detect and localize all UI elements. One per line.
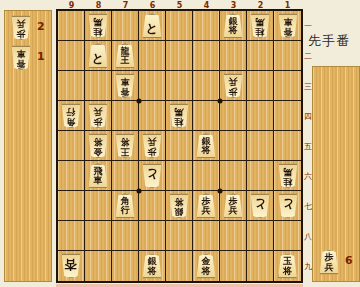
square-4b[interactable] xyxy=(193,41,220,71)
square-9b[interactable] xyxy=(58,41,85,71)
square-3b[interactable] xyxy=(220,41,247,71)
piece-歩兵-4g[interactable]: 歩兵 xyxy=(196,193,217,218)
star-point xyxy=(218,99,223,104)
square-6f[interactable]: と xyxy=(139,161,166,191)
square-2c[interactable] xyxy=(247,71,274,101)
piece-金将-4i[interactable]: 金将 xyxy=(196,254,217,279)
sente-hand-count: 6 xyxy=(345,254,353,267)
piece-glyph: 馬 xyxy=(256,16,265,25)
piece-glyph: 車 xyxy=(121,76,130,85)
square-2f[interactable] xyxy=(247,161,274,191)
piece-glyph: 歩 xyxy=(202,196,211,205)
square-2d[interactable] xyxy=(247,101,274,131)
piece-歩兵[interactable]: 歩兵 xyxy=(11,16,32,41)
piece-glyph: 兵 xyxy=(229,76,238,85)
piece-glyph: 行 xyxy=(67,106,76,115)
piece-glyph: 銀 xyxy=(202,136,211,145)
square-2a[interactable]: 桂馬 xyxy=(247,11,274,41)
piece-杏-9i[interactable]: 杏 xyxy=(61,254,82,279)
square-1f[interactable]: 桂馬 xyxy=(274,161,301,191)
square-6c[interactable] xyxy=(139,71,166,101)
piece-角行-9d[interactable]: 角行 xyxy=(61,103,82,128)
piece-と-8b[interactable]: と xyxy=(88,43,109,68)
square-8g[interactable] xyxy=(85,191,112,221)
board-grid: 桂馬と銀将桂馬香車と龍王香車歩兵角行歩兵桂馬金将王将歩兵銀将飛車と桂馬角行銀将歩… xyxy=(58,11,301,281)
square-5e[interactable] xyxy=(166,131,193,161)
piece-龍王-7b[interactable]: 龍王 xyxy=(115,43,136,68)
piece-銀将-4e[interactable]: 銀将 xyxy=(196,133,217,158)
piece-glyph: 将 xyxy=(229,26,238,35)
piece-glyph: 将 xyxy=(94,136,103,145)
square-1d[interactable] xyxy=(274,101,301,131)
piece-と-6f[interactable]: と xyxy=(142,163,163,188)
piece-glyph: 馬 xyxy=(283,166,292,175)
rank-label-2: 二 xyxy=(303,51,313,62)
square-3h[interactable] xyxy=(220,221,247,251)
piece-glyph: と xyxy=(146,21,158,33)
piece-glyph: と xyxy=(254,198,266,210)
square-9i[interactable]: 杏 xyxy=(58,251,85,281)
file-label-5: 5 xyxy=(166,1,193,10)
piece-glyph: 兵 xyxy=(94,106,103,115)
square-6h[interactable] xyxy=(139,221,166,251)
piece-glyph: 兵 xyxy=(202,206,211,215)
piece-glyph: 馬 xyxy=(94,16,103,25)
square-8c[interactable] xyxy=(85,71,112,101)
shogi-board: 桂馬と銀将桂馬香車と龍王香車歩兵角行歩兵桂馬金将王将歩兵銀将飛車と桂馬角行銀将歩… xyxy=(56,9,303,283)
square-4i[interactable]: 金将 xyxy=(193,251,220,281)
square-8b[interactable]: と xyxy=(85,41,112,71)
square-2e[interactable] xyxy=(247,131,274,161)
square-5b[interactable] xyxy=(166,41,193,71)
square-2h[interactable] xyxy=(247,221,274,251)
square-6b[interactable] xyxy=(139,41,166,71)
square-7e[interactable]: 王将 xyxy=(112,131,139,161)
piece-glyph: 将 xyxy=(175,196,184,205)
piece-glyph: 歩 xyxy=(229,196,238,205)
square-7c[interactable]: 香車 xyxy=(112,71,139,101)
piece-glyph: 将 xyxy=(202,146,211,155)
piece-glyph: 歩 xyxy=(94,116,103,125)
piece-glyph: 兵 xyxy=(325,262,334,271)
piece-金将-8e[interactable]: 金将 xyxy=(88,133,109,158)
file-label-4: 4 xyxy=(193,1,220,10)
piece-glyph: 行 xyxy=(121,206,130,215)
square-5a[interactable] xyxy=(166,11,193,41)
square-9e[interactable] xyxy=(58,131,85,161)
piece-glyph: 将 xyxy=(202,266,211,275)
file-label-6: 6 xyxy=(139,1,166,10)
square-6g[interactable] xyxy=(139,191,166,221)
piece-glyph: と xyxy=(146,168,158,180)
piece-歩兵-8d[interactable]: 歩兵 xyxy=(88,103,109,128)
piece-glyph: 香 xyxy=(121,86,130,95)
square-7d[interactable] xyxy=(112,101,139,131)
piece-香車[interactable]: 香車 xyxy=(11,46,32,71)
piece-glyph: 将 xyxy=(148,266,157,275)
piece-glyph: 歩 xyxy=(325,253,334,262)
gote-captured-tray: 歩兵2香車1 xyxy=(4,10,52,282)
piece-と-1g[interactable]: と xyxy=(277,193,298,218)
square-4g[interactable]: 歩兵 xyxy=(193,191,220,221)
square-8f[interactable]: 飛車 xyxy=(85,161,112,191)
piece-飛車-8f[interactable]: 飛車 xyxy=(88,163,109,188)
square-7i[interactable] xyxy=(112,251,139,281)
square-4d[interactable] xyxy=(193,101,220,131)
square-1e[interactable] xyxy=(274,131,301,161)
square-5f[interactable] xyxy=(166,161,193,191)
piece-glyph: 香 xyxy=(17,58,26,67)
piece-glyph: 桂 xyxy=(283,176,292,185)
sente-captured-tray: 歩兵6 xyxy=(312,66,360,282)
piece-glyph: 桂 xyxy=(256,26,265,35)
piece-glyph: 銀 xyxy=(175,206,184,215)
piece-glyph: 桂 xyxy=(94,26,103,35)
piece-glyph: 歩 xyxy=(17,28,26,37)
square-7h[interactable] xyxy=(112,221,139,251)
file-label-7: 7 xyxy=(112,1,139,10)
piece-glyph: 歩 xyxy=(229,86,238,95)
piece-glyph: 王 xyxy=(121,146,130,155)
shogi-app: 歩兵2香車1 桂馬と銀将桂馬香車と龍王香車歩兵角行歩兵桂馬金将王将歩兵銀将飛車と… xyxy=(0,0,360,287)
piece-glyph: 王 xyxy=(121,56,130,65)
piece-glyph: 杏 xyxy=(65,259,77,271)
square-8e[interactable]: 金将 xyxy=(85,131,112,161)
piece-glyph: 車 xyxy=(94,176,103,185)
piece-glyph: 金 xyxy=(202,257,211,266)
piece-glyph: 車 xyxy=(17,49,26,58)
square-6d[interactable] xyxy=(139,101,166,131)
square-3d[interactable] xyxy=(220,101,247,131)
piece-歩兵-3g[interactable]: 歩兵 xyxy=(223,193,244,218)
square-8d[interactable]: 歩兵 xyxy=(85,101,112,131)
piece-銀将-6i[interactable]: 銀将 xyxy=(142,254,163,279)
sente-hand-歩兵[interactable]: 歩兵6 xyxy=(313,249,359,275)
square-3f[interactable] xyxy=(220,161,247,191)
square-4f[interactable] xyxy=(193,161,220,191)
square-5c[interactable] xyxy=(166,71,193,101)
square-3i[interactable] xyxy=(220,251,247,281)
piece-glyph: と xyxy=(92,51,104,63)
square-1i[interactable]: 玉将 xyxy=(274,251,301,281)
square-5d[interactable]: 桂馬 xyxy=(166,101,193,131)
piece-と-6a[interactable]: と xyxy=(142,13,163,38)
gote-hand-count: 2 xyxy=(37,20,45,33)
piece-歩兵-6e[interactable]: 歩兵 xyxy=(142,133,163,158)
piece-銀将-5g[interactable]: 銀将 xyxy=(169,193,190,218)
piece-glyph: 銀 xyxy=(229,16,238,25)
piece-glyph: 角 xyxy=(121,196,130,205)
square-6a[interactable]: と xyxy=(139,11,166,41)
square-2b[interactable] xyxy=(247,41,274,71)
piece-glyph: 車 xyxy=(283,16,292,25)
square-5g[interactable]: 銀将 xyxy=(166,191,193,221)
square-9d[interactable]: 角行 xyxy=(58,101,85,131)
gote-hand-count: 1 xyxy=(37,50,45,63)
square-7b[interactable]: 龍王 xyxy=(112,41,139,71)
square-2i[interactable] xyxy=(247,251,274,281)
piece-glyph: 銀 xyxy=(148,257,157,266)
square-4e[interactable]: 銀将 xyxy=(193,131,220,161)
piece-glyph: 玉 xyxy=(283,257,292,266)
gote-hand-香車[interactable]: 香車1 xyxy=(5,45,51,71)
square-8a[interactable]: 桂馬 xyxy=(85,11,112,41)
piece-香車-7c[interactable]: 香車 xyxy=(115,73,136,98)
piece-香車-1a[interactable]: 香車 xyxy=(277,13,298,38)
piece-玉将-1i[interactable]: 玉将 xyxy=(277,254,298,279)
piece-桂馬-1f[interactable]: 桂馬 xyxy=(277,163,298,188)
square-7g[interactable]: 角行 xyxy=(112,191,139,221)
square-3g[interactable]: 歩兵 xyxy=(220,191,247,221)
file-label-2: 2 xyxy=(247,1,274,10)
square-7a[interactable] xyxy=(112,11,139,41)
file-label-9: 9 xyxy=(58,1,85,10)
rank-label-1: 一 xyxy=(303,21,313,32)
square-9f[interactable] xyxy=(58,161,85,191)
square-9a[interactable] xyxy=(58,11,85,41)
piece-と-2g[interactable]: と xyxy=(250,193,271,218)
star-point xyxy=(137,189,142,194)
square-1b[interactable] xyxy=(274,41,301,71)
piece-角行-7g[interactable]: 角行 xyxy=(115,193,136,218)
square-2g[interactable]: と xyxy=(247,191,274,221)
square-7f[interactable] xyxy=(112,161,139,191)
square-6i[interactable]: 銀将 xyxy=(139,251,166,281)
square-9g[interactable] xyxy=(58,191,85,221)
file-label-1: 1 xyxy=(274,1,301,10)
piece-glyph: 金 xyxy=(94,146,103,155)
piece-glyph: 歩 xyxy=(148,146,157,155)
piece-桂馬-8a[interactable]: 桂馬 xyxy=(88,13,109,38)
square-4a[interactable] xyxy=(193,11,220,41)
square-4c[interactable] xyxy=(193,71,220,101)
piece-glyph: 将 xyxy=(283,266,292,275)
piece-桂馬-5d[interactable]: 桂馬 xyxy=(169,103,190,128)
piece-glyph: 桂 xyxy=(175,116,184,125)
piece-glyph: 兵 xyxy=(229,206,238,215)
piece-glyph: 馬 xyxy=(175,106,184,115)
piece-glyph: 龍 xyxy=(121,46,130,55)
piece-銀将-3a[interactable]: 銀将 xyxy=(223,13,244,38)
piece-glyph: 飛 xyxy=(94,166,103,175)
piece-glyph: 角 xyxy=(67,116,76,125)
square-1c[interactable] xyxy=(274,71,301,101)
file-label-8: 8 xyxy=(85,1,112,10)
piece-glyph: 香 xyxy=(283,26,292,35)
square-6e[interactable]: 歩兵 xyxy=(139,131,166,161)
piece-glyph: と xyxy=(281,198,293,210)
square-3a[interactable]: 銀将 xyxy=(220,11,247,41)
piece-桂馬-2a[interactable]: 桂馬 xyxy=(250,13,271,38)
square-5i[interactable] xyxy=(166,251,193,281)
piece-glyph: 将 xyxy=(121,136,130,145)
square-1h[interactable] xyxy=(274,221,301,251)
gote-hand-歩兵[interactable]: 歩兵2 xyxy=(5,15,51,41)
square-1a[interactable]: 香車 xyxy=(274,11,301,41)
star-point xyxy=(218,189,223,194)
piece-王将-7e[interactable]: 王将 xyxy=(115,133,136,158)
piece-歩兵[interactable]: 歩兵 xyxy=(319,250,340,275)
square-4h[interactable] xyxy=(193,221,220,251)
square-9c[interactable] xyxy=(58,71,85,101)
square-9h[interactable] xyxy=(58,221,85,251)
square-8i[interactable] xyxy=(85,251,112,281)
square-1g[interactable]: と xyxy=(274,191,301,221)
file-label-3: 3 xyxy=(220,1,247,10)
square-3e[interactable] xyxy=(220,131,247,161)
piece-歩兵-3c[interactable]: 歩兵 xyxy=(223,73,244,98)
star-point xyxy=(137,99,142,104)
piece-glyph: 兵 xyxy=(148,136,157,145)
square-5h[interactable] xyxy=(166,221,193,251)
turn-indicator: 先手番 xyxy=(308,32,350,50)
square-3c[interactable]: 歩兵 xyxy=(220,71,247,101)
square-8h[interactable] xyxy=(85,221,112,251)
piece-glyph: 兵 xyxy=(17,19,26,28)
